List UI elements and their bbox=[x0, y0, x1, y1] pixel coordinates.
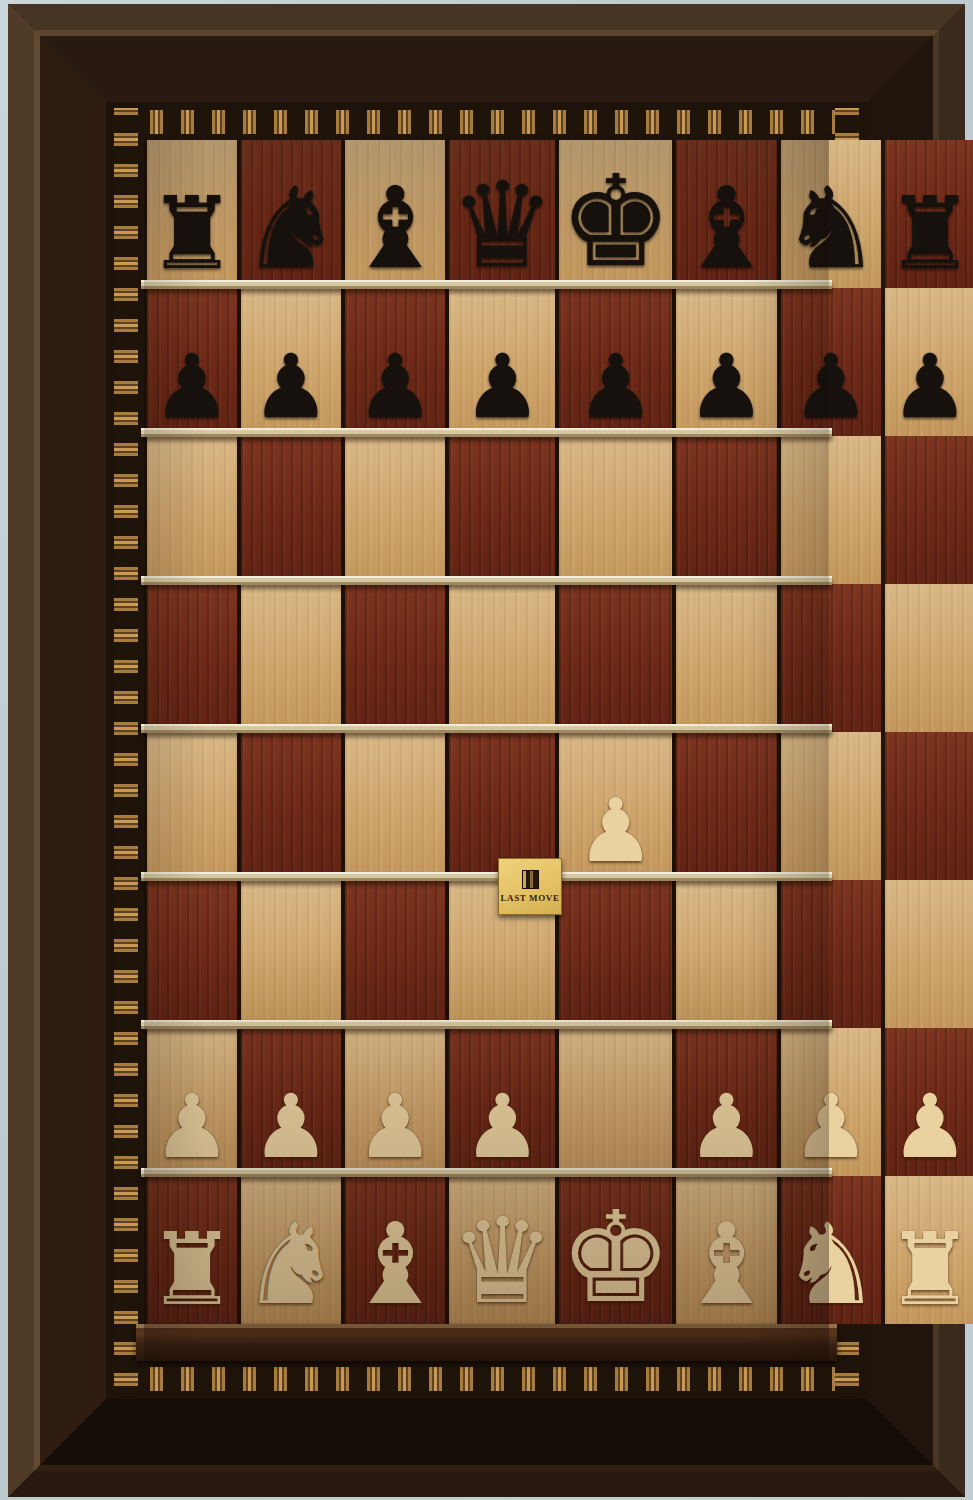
piece-black-pawn-g7[interactable]: ♟ bbox=[791, 347, 870, 436]
piece-black-pawn-h7[interactable]: ♟ bbox=[890, 347, 969, 436]
square-d7[interactable]: ♟ bbox=[449, 288, 555, 436]
piece-black-rook-a8[interactable]: ♜ bbox=[147, 188, 237, 288]
square-c6[interactable] bbox=[345, 436, 445, 584]
square-g4[interactable] bbox=[781, 732, 881, 880]
shelf-below-rank-3 bbox=[141, 1020, 832, 1029]
piece-white-pawn-g2[interactable]: ♟ bbox=[791, 1087, 870, 1176]
square-d5[interactable] bbox=[449, 584, 555, 732]
shelf-below-rank-4 bbox=[141, 872, 832, 881]
square-a4[interactable] bbox=[147, 732, 237, 880]
bottom-ledge bbox=[136, 1324, 837, 1361]
square-g2[interactable]: ♟ bbox=[781, 1028, 881, 1176]
square-b7[interactable]: ♟ bbox=[241, 288, 341, 436]
square-f7[interactable]: ♟ bbox=[676, 288, 776, 436]
piece-black-pawn-b7[interactable]: ♟ bbox=[251, 347, 330, 436]
square-d1[interactable]: ♛ bbox=[449, 1176, 555, 1324]
piece-white-king-e1[interactable]: ♚ bbox=[559, 1200, 672, 1324]
piece-black-king-e8[interactable]: ♚ bbox=[559, 164, 672, 288]
square-f3[interactable] bbox=[676, 880, 776, 1028]
square-c5[interactable] bbox=[345, 584, 445, 732]
piece-black-bishop-f8[interactable]: ♝ bbox=[676, 177, 776, 288]
square-d8[interactable]: ♛ bbox=[449, 140, 555, 288]
square-g8[interactable]: ♞ bbox=[781, 140, 881, 288]
square-a1[interactable]: ♜ bbox=[147, 1176, 237, 1324]
piece-white-pawn-d2[interactable]: ♟ bbox=[463, 1087, 542, 1176]
square-b8[interactable]: ♞ bbox=[241, 140, 341, 288]
square-g6[interactable] bbox=[781, 436, 881, 584]
piece-white-rook-h1[interactable]: ♜ bbox=[885, 1224, 973, 1324]
shelf-below-rank-5 bbox=[141, 724, 832, 733]
square-g3[interactable] bbox=[781, 880, 881, 1028]
square-h3[interactable] bbox=[885, 880, 973, 1028]
piece-black-pawn-d7[interactable]: ♟ bbox=[463, 347, 542, 436]
square-f6[interactable] bbox=[676, 436, 776, 584]
piece-black-queen-d8[interactable]: ♛ bbox=[449, 171, 555, 288]
square-d2[interactable]: ♟ bbox=[449, 1028, 555, 1176]
chess-board: ♜♞♝♛♚♝♞♜♟♟♟♟♟♟♟♟♟♟♟♟♟♟♟♟♜♞♝♛♚♝♞♜ LAST MO… bbox=[144, 140, 829, 1361]
piece-white-pawn-h2[interactable]: ♟ bbox=[890, 1087, 969, 1176]
square-g1[interactable]: ♞ bbox=[781, 1176, 881, 1324]
square-e8[interactable]: ♚ bbox=[559, 140, 672, 288]
square-f5[interactable] bbox=[676, 584, 776, 732]
square-c8[interactable]: ♝ bbox=[345, 140, 445, 288]
square-e3[interactable] bbox=[559, 880, 672, 1028]
piece-black-knight-g8[interactable]: ♞ bbox=[781, 177, 881, 288]
square-a3[interactable] bbox=[147, 880, 237, 1028]
square-h1[interactable]: ♜ bbox=[885, 1176, 973, 1324]
square-e7[interactable]: ♟ bbox=[559, 288, 672, 436]
square-h6[interactable] bbox=[885, 436, 973, 584]
piece-black-pawn-f7[interactable]: ♟ bbox=[687, 347, 766, 436]
piece-white-bishop-f1[interactable]: ♝ bbox=[676, 1213, 776, 1324]
square-h8[interactable]: ♜ bbox=[885, 140, 973, 288]
square-e6[interactable] bbox=[559, 436, 672, 584]
square-b5[interactable] bbox=[241, 584, 341, 732]
square-a8[interactable]: ♜ bbox=[147, 140, 237, 288]
square-h7[interactable]: ♟ bbox=[885, 288, 973, 436]
square-e2[interactable] bbox=[559, 1028, 672, 1176]
square-a2[interactable]: ♟ bbox=[147, 1028, 237, 1176]
piece-black-pawn-c7[interactable]: ♟ bbox=[356, 347, 435, 436]
piece-white-knight-g1[interactable]: ♞ bbox=[781, 1213, 881, 1324]
square-c7[interactable]: ♟ bbox=[345, 288, 445, 436]
liner-gold-blocks-top bbox=[112, 110, 861, 134]
shelf-below-rank-6 bbox=[141, 576, 832, 585]
piece-black-pawn-e7[interactable]: ♟ bbox=[576, 347, 655, 436]
framed-chess-board-photo: ♜♞♝♛♚♝♞♜♟♟♟♟♟♟♟♟♟♟♟♟♟♟♟♟♜♞♝♛♚♝♞♜ LAST MO… bbox=[0, 0, 973, 1500]
last-move-label: LAST MOVE bbox=[501, 893, 560, 903]
piece-black-rook-h8[interactable]: ♜ bbox=[885, 188, 973, 288]
square-b3[interactable] bbox=[241, 880, 341, 1028]
square-d6[interactable] bbox=[449, 436, 555, 584]
piece-white-pawn-c2[interactable]: ♟ bbox=[356, 1087, 435, 1176]
square-h4[interactable] bbox=[885, 732, 973, 880]
liner-gold-blocks-left bbox=[114, 108, 138, 1393]
square-f8[interactable]: ♝ bbox=[676, 140, 776, 288]
piece-white-pawn-b2[interactable]: ♟ bbox=[251, 1087, 330, 1176]
square-c3[interactable] bbox=[345, 880, 445, 1028]
shelf-below-rank-7 bbox=[141, 428, 832, 437]
square-e4[interactable]: ♟ bbox=[559, 732, 672, 880]
square-f4[interactable] bbox=[676, 732, 776, 880]
piece-white-pawn-f2[interactable]: ♟ bbox=[687, 1087, 766, 1176]
shelf-below-rank-8 bbox=[141, 280, 832, 289]
square-a7[interactable]: ♟ bbox=[147, 288, 237, 436]
square-b4[interactable] bbox=[241, 732, 341, 880]
square-b2[interactable]: ♟ bbox=[241, 1028, 341, 1176]
square-f2[interactable]: ♟ bbox=[676, 1028, 776, 1176]
liner-gold-blocks-bottom bbox=[112, 1367, 861, 1391]
square-h5[interactable] bbox=[885, 584, 973, 732]
square-e5[interactable] bbox=[559, 584, 672, 732]
piece-black-pawn-a7[interactable]: ♟ bbox=[152, 347, 231, 436]
square-c2[interactable]: ♟ bbox=[345, 1028, 445, 1176]
square-c1[interactable]: ♝ bbox=[345, 1176, 445, 1324]
piece-black-bishop-c8[interactable]: ♝ bbox=[345, 177, 445, 288]
piece-white-queen-d1[interactable]: ♛ bbox=[449, 1207, 555, 1324]
chessboard-logo-icon bbox=[522, 870, 539, 889]
piece-white-pawn-e4[interactable]: ♟ bbox=[576, 791, 655, 880]
square-a5[interactable] bbox=[147, 584, 237, 732]
piece-white-knight-b1[interactable]: ♞ bbox=[241, 1213, 341, 1324]
square-a6[interactable] bbox=[147, 436, 237, 584]
piece-white-bishop-c1[interactable]: ♝ bbox=[345, 1213, 445, 1324]
last-move-tag[interactable]: LAST MOVE bbox=[498, 858, 562, 915]
piece-black-knight-b8[interactable]: ♞ bbox=[241, 177, 341, 288]
square-g7[interactable]: ♟ bbox=[781, 288, 881, 436]
square-f1[interactable]: ♝ bbox=[676, 1176, 776, 1324]
shelf-below-rank-2 bbox=[141, 1168, 832, 1177]
square-h2[interactable]: ♟ bbox=[885, 1028, 973, 1176]
square-e1[interactable]: ♚ bbox=[559, 1176, 672, 1324]
square-c4[interactable] bbox=[345, 732, 445, 880]
square-b1[interactable]: ♞ bbox=[241, 1176, 341, 1324]
square-b6[interactable] bbox=[241, 436, 341, 584]
piece-white-rook-a1[interactable]: ♜ bbox=[147, 1224, 237, 1324]
piece-white-pawn-a2[interactable]: ♟ bbox=[152, 1087, 231, 1176]
square-g5[interactable] bbox=[781, 584, 881, 732]
